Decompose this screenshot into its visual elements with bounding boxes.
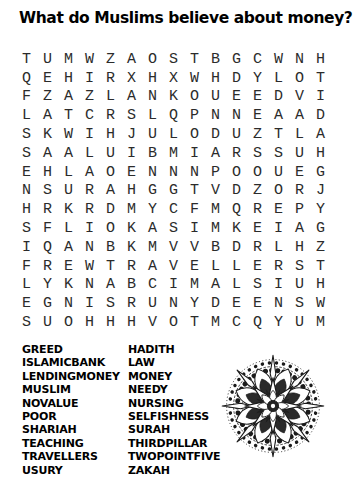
- grid-cell[interactable]: O: [100, 163, 121, 182]
- word-list-item: HADITH: [128, 343, 220, 356]
- grid-cell[interactable]: C: [247, 50, 268, 69]
- grid-cell[interactable]: N: [163, 163, 184, 182]
- grid-cell[interactable]: V: [142, 313, 163, 332]
- grid-cell[interactable]: Z: [79, 88, 100, 107]
- grid-cell[interactable]: M: [121, 200, 142, 219]
- grid-cell[interactable]: T: [184, 50, 205, 69]
- grid-cell[interactable]: Z: [310, 238, 331, 257]
- grid-cell[interactable]: N: [16, 182, 37, 201]
- grid-cell[interactable]: Q: [247, 313, 268, 332]
- word-list-item: TRAVELLERS: [22, 450, 128, 463]
- grid-cell[interactable]: U: [37, 313, 58, 332]
- grid-cell[interactable]: O: [184, 88, 205, 107]
- grid-cell[interactable]: H: [79, 313, 100, 332]
- grid-cell[interactable]: F: [16, 88, 37, 107]
- grid-cell[interactable]: L: [142, 106, 163, 125]
- grid-cell[interactable]: I: [16, 238, 37, 257]
- grid-cell[interactable]: G: [310, 163, 331, 182]
- grid-cell[interactable]: V: [289, 88, 310, 107]
- grid-cell[interactable]: G: [226, 50, 247, 69]
- grid-cell[interactable]: A: [58, 238, 79, 257]
- grid-cell[interactable]: B: [121, 276, 142, 295]
- grid-cell[interactable]: O: [226, 163, 247, 182]
- grid-cell[interactable]: D: [205, 125, 226, 144]
- grid-cell[interactable]: S: [289, 294, 310, 313]
- grid-cell[interactable]: U: [142, 125, 163, 144]
- grid-cell[interactable]: V: [163, 238, 184, 257]
- grid-cell[interactable]: E: [121, 163, 142, 182]
- grid-cell[interactable]: L: [226, 276, 247, 295]
- word-list-item: SURAH: [128, 423, 220, 436]
- grid-cell[interactable]: M: [163, 144, 184, 163]
- grid-cell[interactable]: L: [268, 69, 289, 88]
- grid-cell[interactable]: C: [163, 200, 184, 219]
- grid-cell[interactable]: Y: [142, 200, 163, 219]
- grid-cell[interactable]: A: [142, 219, 163, 238]
- grid-cell[interactable]: D: [205, 294, 226, 313]
- grid-cell[interactable]: R: [100, 69, 121, 88]
- word-list-item: LENDINGMONEY: [22, 370, 128, 383]
- grid-cell[interactable]: Z: [247, 125, 268, 144]
- grid-cell[interactable]: I: [184, 144, 205, 163]
- grid-cell[interactable]: O: [142, 50, 163, 69]
- grid-cell[interactable]: D: [310, 106, 331, 125]
- grid-cell[interactable]: H: [121, 182, 142, 201]
- grid-cell[interactable]: K: [226, 219, 247, 238]
- grid-cell[interactable]: A: [100, 276, 121, 295]
- grid-cell[interactable]: S: [16, 144, 37, 163]
- grid-cell[interactable]: Y: [184, 294, 205, 313]
- grid-cell[interactable]: L: [16, 276, 37, 295]
- grid-cell[interactable]: U: [289, 276, 310, 295]
- grid-cell[interactable]: V: [205, 182, 226, 201]
- grid-cell[interactable]: O: [184, 125, 205, 144]
- grid-cell[interactable]: J: [121, 125, 142, 144]
- word-list-item: LAW: [128, 356, 220, 369]
- grid-cell[interactable]: I: [310, 88, 331, 107]
- grid-cell[interactable]: R: [247, 200, 268, 219]
- grid-cell[interactable]: M: [205, 219, 226, 238]
- puzzle-title: What do Muslims believe about money?: [19, 9, 352, 27]
- grid-cell[interactable]: P: [205, 163, 226, 182]
- grid-cell[interactable]: C: [142, 276, 163, 295]
- grid-cell[interactable]: H: [100, 125, 121, 144]
- grid-cell[interactable]: X: [163, 69, 184, 88]
- grid-cell[interactable]: R: [226, 144, 247, 163]
- grid-cell[interactable]: O: [163, 313, 184, 332]
- grid-cell[interactable]: C: [79, 106, 100, 125]
- word-list-column-left: GREEDISLAMICBANKLENDINGMONEYMUSLIMNOVALU…: [22, 343, 128, 477]
- grid-cell[interactable]: A: [142, 257, 163, 276]
- grid-cell[interactable]: V: [184, 238, 205, 257]
- grid-cell[interactable]: R: [121, 294, 142, 313]
- grid-cell[interactable]: Y: [310, 200, 331, 219]
- grid-cell[interactable]: H: [121, 313, 142, 332]
- grid-cell[interactable]: F: [16, 257, 37, 276]
- grid-cell[interactable]: I: [79, 125, 100, 144]
- grid-cell[interactable]: B: [205, 238, 226, 257]
- grid-cell[interactable]: A: [121, 50, 142, 69]
- grid-cell[interactable]: L: [268, 238, 289, 257]
- grid-cell[interactable]: H: [310, 276, 331, 295]
- grid-cell[interactable]: S: [100, 294, 121, 313]
- grid-cell[interactable]: A: [58, 144, 79, 163]
- word-list-item: NEEDY: [128, 383, 220, 396]
- grid-cell[interactable]: O: [268, 182, 289, 201]
- grid-cell[interactable]: D: [226, 69, 247, 88]
- grid-cell[interactable]: H: [58, 69, 79, 88]
- grid-cell[interactable]: H: [16, 200, 37, 219]
- grid-cell[interactable]: E: [226, 88, 247, 107]
- worksheet-page: { "game": "word-search", "title": "What …: [0, 0, 353, 500]
- grid-cell[interactable]: R: [268, 257, 289, 276]
- grid-cell[interactable]: E: [247, 219, 268, 238]
- grid-cell[interactable]: G: [37, 294, 58, 313]
- grid-cell[interactable]: P: [184, 106, 205, 125]
- grid-cell[interactable]: U: [268, 163, 289, 182]
- grid-cell[interactable]: A: [121, 88, 142, 107]
- word-list: GREEDISLAMICBANKLENDINGMONEYMUSLIMNOVALU…: [22, 343, 220, 477]
- grid-cell[interactable]: N: [205, 106, 226, 125]
- grid-cell[interactable]: M: [142, 238, 163, 257]
- grid-cell[interactable]: D: [100, 200, 121, 219]
- grid-cell[interactable]: N: [268, 294, 289, 313]
- grid-cell[interactable]: N: [58, 294, 79, 313]
- grid-cell[interactable]: D: [226, 238, 247, 257]
- grid-cell[interactable]: S: [163, 219, 184, 238]
- word-list-item: GREED: [22, 343, 128, 356]
- grid-cell[interactable]: L: [289, 125, 310, 144]
- grid-cell[interactable]: S: [163, 50, 184, 69]
- grid-cell[interactable]: K: [121, 238, 142, 257]
- grid-cell[interactable]: K: [37, 125, 58, 144]
- grid-cell[interactable]: E: [247, 294, 268, 313]
- grid-cell[interactable]: N: [226, 106, 247, 125]
- grid-cell[interactable]: L: [205, 257, 226, 276]
- word-list-item: THIRDPILLAR: [128, 437, 220, 450]
- grid-cell[interactable]: R: [247, 238, 268, 257]
- word-list-item: SHARIAH: [22, 423, 128, 436]
- grid-cell[interactable]: L: [79, 144, 100, 163]
- grid-cell[interactable]: B: [205, 50, 226, 69]
- word-list-item: MONEY: [128, 370, 220, 383]
- grid-cell[interactable]: Y: [37, 276, 58, 295]
- grid-cell[interactable]: L: [100, 88, 121, 107]
- grid-cell[interactable]: S: [37, 182, 58, 201]
- grid-cell[interactable]: Q: [16, 69, 37, 88]
- grid-cell[interactable]: Z: [37, 88, 58, 107]
- grid-cell[interactable]: E: [16, 163, 37, 182]
- word-list-item: SELFISHNESS: [128, 410, 220, 423]
- grid-cell[interactable]: V: [163, 257, 184, 276]
- grid-cell[interactable]: I: [184, 219, 205, 238]
- grid-cell[interactable]: A: [100, 182, 121, 201]
- grid-cell[interactable]: R: [100, 106, 121, 125]
- grid-cell[interactable]: R: [121, 257, 142, 276]
- grid-cell[interactable]: U: [289, 144, 310, 163]
- grid-cell[interactable]: M: [58, 50, 79, 69]
- grid-cell[interactable]: N: [79, 276, 100, 295]
- grid-cell[interactable]: M: [205, 313, 226, 332]
- grid-cell[interactable]: B: [142, 144, 163, 163]
- grid-cell[interactable]: A: [79, 163, 100, 182]
- grid-cell[interactable]: S: [247, 276, 268, 295]
- word-search-grid: TUMWZAOSTBGCWNHQEHIRXHXWHDYLOTFZAZLANKOU…: [16, 50, 331, 332]
- grid-cell[interactable]: N: [289, 50, 310, 69]
- grid-cell[interactable]: I: [163, 276, 184, 295]
- grid-cell[interactable]: R: [79, 182, 100, 201]
- grid-cell[interactable]: H: [289, 238, 310, 257]
- grid-cell[interactable]: H: [310, 144, 331, 163]
- grid-cell[interactable]: C: [226, 313, 247, 332]
- grid-cell[interactable]: Z: [247, 182, 268, 201]
- grid-cell[interactable]: Y: [247, 69, 268, 88]
- grid-cell[interactable]: W: [79, 257, 100, 276]
- grid-cell[interactable]: W: [268, 50, 289, 69]
- grid-cell[interactable]: T: [310, 69, 331, 88]
- grid-cell[interactable]: S: [16, 219, 37, 238]
- grid-cell[interactable]: E: [184, 257, 205, 276]
- word-list-item: ZAKAH: [128, 464, 220, 477]
- grid-cell[interactable]: A: [289, 106, 310, 125]
- grid-cell[interactable]: D: [268, 88, 289, 107]
- grid-cell[interactable]: H: [310, 50, 331, 69]
- word-list-item: POOR: [22, 410, 128, 423]
- mandala-image: [219, 352, 327, 460]
- grid-cell[interactable]: K: [121, 219, 142, 238]
- grid-cell[interactable]: M: [205, 200, 226, 219]
- grid-cell[interactable]: W: [184, 69, 205, 88]
- grid-cell[interactable]: E: [289, 163, 310, 182]
- grid-cell[interactable]: R: [79, 200, 100, 219]
- grid-cell[interactable]: K: [58, 200, 79, 219]
- grid-cell[interactable]: E: [247, 257, 268, 276]
- grid-cell[interactable]: E: [226, 294, 247, 313]
- grid-cell[interactable]: X: [121, 69, 142, 88]
- grid-cell[interactable]: N: [163, 294, 184, 313]
- grid-cell[interactable]: U: [226, 125, 247, 144]
- grid-cell[interactable]: A: [205, 276, 226, 295]
- grid-cell[interactable]: E: [268, 200, 289, 219]
- grid-cell[interactable]: S: [268, 144, 289, 163]
- grid-cell[interactable]: P: [289, 200, 310, 219]
- grid-cell[interactable]: A: [310, 125, 331, 144]
- grid-cell[interactable]: R: [37, 200, 58, 219]
- grid-cell[interactable]: I: [268, 276, 289, 295]
- grid-cell[interactable]: L: [58, 163, 79, 182]
- grid-cell[interactable]: W: [58, 125, 79, 144]
- word-list-item: TWOPOINTFIVE: [128, 450, 220, 463]
- grid-cell[interactable]: H: [142, 69, 163, 88]
- grid-cell[interactable]: T: [184, 313, 205, 332]
- grid-cell[interactable]: L: [163, 125, 184, 144]
- grid-cell[interactable]: T: [58, 106, 79, 125]
- grid-cell[interactable]: H: [205, 69, 226, 88]
- grid-cell[interactable]: A: [205, 144, 226, 163]
- grid-cell[interactable]: E: [247, 88, 268, 107]
- grid-cell[interactable]: A: [37, 106, 58, 125]
- grid-cell[interactable]: A: [289, 219, 310, 238]
- grid-cell[interactable]: F: [184, 200, 205, 219]
- grid-cell[interactable]: O: [247, 163, 268, 182]
- grid-cell[interactable]: D: [226, 182, 247, 201]
- grid-cell[interactable]: U: [37, 50, 58, 69]
- grid-cell[interactable]: E: [58, 257, 79, 276]
- grid-cell[interactable]: G: [142, 182, 163, 201]
- grid-cell[interactable]: O: [289, 69, 310, 88]
- grid-cell[interactable]: F: [37, 219, 58, 238]
- grid-cell[interactable]: N: [184, 163, 205, 182]
- grid-cell[interactable]: S: [16, 125, 37, 144]
- grid-cell[interactable]: N: [142, 163, 163, 182]
- grid-cell[interactable]: A: [37, 144, 58, 163]
- grid-cell[interactable]: A: [58, 88, 79, 107]
- grid-cell[interactable]: H: [100, 313, 121, 332]
- grid-cell[interactable]: M: [310, 313, 331, 332]
- word-list-item: TEACHING: [22, 437, 128, 450]
- grid-cell[interactable]: I: [79, 219, 100, 238]
- grid-cell[interactable]: E: [37, 69, 58, 88]
- grid-cell[interactable]: S: [247, 144, 268, 163]
- grid-cell[interactable]: O: [58, 313, 79, 332]
- grid-cell[interactable]: A: [268, 106, 289, 125]
- grid-cell[interactable]: N: [142, 88, 163, 107]
- grid-cell[interactable]: J: [310, 182, 331, 201]
- grid-cell[interactable]: G: [310, 219, 331, 238]
- grid-cell[interactable]: M: [184, 276, 205, 295]
- grid-cell[interactable]: S: [16, 313, 37, 332]
- grid-cell[interactable]: H: [37, 163, 58, 182]
- grid-cell[interactable]: L: [16, 106, 37, 125]
- grid-cell[interactable]: W: [79, 50, 100, 69]
- grid-cell[interactable]: S: [289, 257, 310, 276]
- grid-cell[interactable]: I: [268, 219, 289, 238]
- grid-cell[interactable]: Q: [37, 238, 58, 257]
- grid-cell[interactable]: I: [79, 294, 100, 313]
- grid-cell[interactable]: I: [121, 144, 142, 163]
- grid-cell[interactable]: I: [79, 69, 100, 88]
- grid-cell[interactable]: W: [310, 294, 331, 313]
- grid-cell[interactable]: K: [163, 88, 184, 107]
- grid-cell[interactable]: U: [100, 144, 121, 163]
- grid-cell[interactable]: U: [58, 182, 79, 201]
- grid-cell[interactable]: Q: [226, 200, 247, 219]
- word-list-item: NURSING: [128, 397, 220, 410]
- grid-cell[interactable]: R: [289, 182, 310, 201]
- grid-cell[interactable]: G: [163, 182, 184, 201]
- grid-cell[interactable]: L: [58, 219, 79, 238]
- grid-cell[interactable]: U: [205, 88, 226, 107]
- grid-cell[interactable]: T: [184, 182, 205, 201]
- grid-cell[interactable]: Y: [268, 313, 289, 332]
- word-list-item: MUSLIM: [22, 383, 128, 396]
- grid-cell[interactable]: U: [142, 294, 163, 313]
- word-list-item: NOVALUE: [22, 397, 128, 410]
- grid-cell[interactable]: T: [310, 257, 331, 276]
- grid-cell[interactable]: S: [121, 106, 142, 125]
- grid-cell[interactable]: U: [289, 313, 310, 332]
- grid-cell[interactable]: O: [100, 219, 121, 238]
- grid-cell[interactable]: E: [247, 106, 268, 125]
- grid-cell[interactable]: K: [58, 276, 79, 295]
- grid-cell[interactable]: T: [100, 257, 121, 276]
- word-list-item: USURY: [22, 464, 128, 477]
- grid-cell[interactable]: T: [268, 125, 289, 144]
- grid-cell[interactable]: E: [16, 294, 37, 313]
- grid-cell[interactable]: Q: [163, 106, 184, 125]
- grid-cell[interactable]: L: [226, 257, 247, 276]
- grid-cell[interactable]: T: [16, 50, 37, 69]
- word-list-item: ISLAMICBANK: [22, 356, 128, 369]
- grid-cell[interactable]: R: [37, 257, 58, 276]
- grid-cell[interactable]: N: [79, 238, 100, 257]
- grid-cell[interactable]: Z: [100, 50, 121, 69]
- word-list-column-right: HADITHLAWMONEYNEEDYNURSINGSELFISHNESSSUR…: [128, 343, 220, 477]
- grid-cell[interactable]: B: [100, 238, 121, 257]
